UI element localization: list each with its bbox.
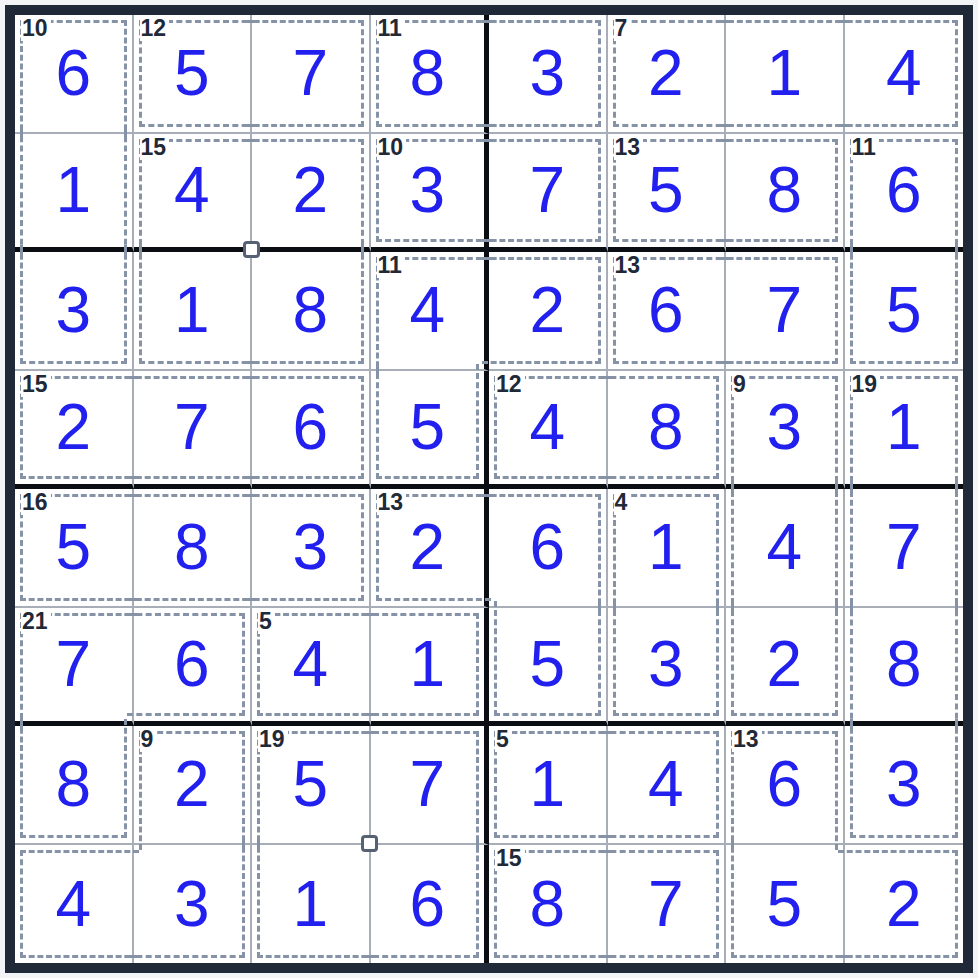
cell-value: 3: [886, 752, 922, 816]
cell-r6c1[interactable]: 721: [15, 608, 134, 727]
cell-value: 4: [886, 41, 922, 105]
cell-r6c2[interactable]: 6: [134, 608, 253, 727]
cell-value: 4: [55, 872, 91, 936]
cell-r2c7[interactable]: 8: [726, 134, 845, 253]
cell-r5c1[interactable]: 516: [15, 489, 134, 608]
cell-value: 5: [55, 515, 91, 579]
cell-value: 3: [529, 41, 565, 105]
cell-value: 3: [292, 515, 328, 579]
cage-sum-label: 15: [495, 846, 525, 871]
cell-value: 2: [292, 158, 328, 222]
cell-value: 2: [648, 41, 684, 105]
cell-value: 1: [55, 158, 91, 222]
sudoku-grid: 6105127811327141415231075138611318411261…: [15, 15, 963, 963]
cell-r3c8[interactable]: 5: [845, 252, 964, 371]
cell-r5c8[interactable]: 7: [845, 489, 964, 608]
cage-sum-label: 10: [377, 135, 407, 160]
cell-r6c4[interactable]: 1: [371, 608, 490, 727]
cell-value: 2: [766, 632, 802, 696]
cage-sum-label: 5: [258, 609, 275, 634]
cell-value: 8: [766, 158, 802, 222]
cell-value: 7: [409, 752, 445, 816]
cage-sum-label: 12: [140, 16, 170, 41]
cell-r4c4[interactable]: 5: [371, 371, 490, 490]
cage-sum-label: 13: [614, 135, 644, 160]
cell-r6c7[interactable]: 2: [726, 608, 845, 727]
cell-value: 3: [648, 632, 684, 696]
cell-r4c6[interactable]: 8: [608, 371, 727, 490]
cell-r3c3[interactable]: 8: [252, 252, 371, 371]
cell-r8c5[interactable]: 815: [489, 845, 608, 964]
cell-r5c5[interactable]: 6: [489, 489, 608, 608]
cell-r3c4[interactable]: 411: [371, 252, 490, 371]
cell-r5c2[interactable]: 8: [134, 489, 253, 608]
cell-value: 7: [55, 632, 91, 696]
cage-sum-label: 12: [495, 372, 525, 397]
cage-sum-label: 7: [614, 16, 631, 41]
cell-r2c8[interactable]: 611: [845, 134, 964, 253]
cell-value: 4: [409, 278, 445, 342]
cell-value: 3: [766, 395, 802, 459]
cell-value: 7: [648, 872, 684, 936]
cell-r3c6[interactable]: 613: [608, 252, 727, 371]
cell-value: 2: [409, 515, 445, 579]
cell-value: 1: [409, 632, 445, 696]
cell-value: 7: [174, 395, 210, 459]
cell-r1c5[interactable]: 3: [489, 15, 608, 134]
cell-r1c2[interactable]: 512: [134, 15, 253, 134]
cell-r5c7[interactable]: 4: [726, 489, 845, 608]
cell-value: 2: [174, 752, 210, 816]
cage-sum-label: 11: [377, 16, 405, 41]
cell-value: 8: [292, 278, 328, 342]
cell-r7c4[interactable]: 7: [371, 726, 490, 845]
cell-value: 6: [292, 395, 328, 459]
cage-sum-label: 9: [732, 372, 749, 397]
cell-r2c3[interactable]: 2: [252, 134, 371, 253]
cage-sum-label: 5: [495, 727, 512, 752]
cell-value: 3: [55, 278, 91, 342]
cell-value: 2: [886, 872, 922, 936]
cell-value: 4: [529, 395, 565, 459]
cell-r5c6[interactable]: 14: [608, 489, 727, 608]
cell-r8c2[interactable]: 3: [134, 845, 253, 964]
cell-value: 5: [766, 872, 802, 936]
cell-r4c7[interactable]: 39: [726, 371, 845, 490]
cell-value: 1: [292, 872, 328, 936]
cell-r4c1[interactable]: 215: [15, 371, 134, 490]
cage-sum-label: 11: [377, 253, 405, 278]
cell-value: 8: [648, 395, 684, 459]
cell-value: 6: [55, 41, 91, 105]
cage-sum-label: 19: [258, 727, 288, 752]
cell-r6c5[interactable]: 5: [489, 608, 608, 727]
cell-value: 7: [766, 278, 802, 342]
cell-value: 8: [886, 632, 922, 696]
cell-value: 8: [55, 752, 91, 816]
cell-r4c2[interactable]: 7: [134, 371, 253, 490]
cell-r7c5[interactable]: 15: [489, 726, 608, 845]
cell-r2c1[interactable]: 1: [15, 134, 134, 253]
cage-sum-label: 4: [614, 490, 631, 515]
cell-value: 6: [409, 872, 445, 936]
cage-sum-label: 13: [377, 490, 407, 515]
cell-value: 2: [55, 395, 91, 459]
cell-value: 1: [648, 515, 684, 579]
cell-value: 6: [648, 278, 684, 342]
cell-value: 5: [648, 158, 684, 222]
cell-r1c1[interactable]: 610: [15, 15, 134, 134]
cage-sum-label: 11: [851, 135, 879, 160]
cell-value: 7: [886, 515, 922, 579]
cell-r6c6[interactable]: 3: [608, 608, 727, 727]
cell-r3c1[interactable]: 3: [15, 252, 134, 371]
cell-r3c2[interactable]: 1: [134, 252, 253, 371]
cell-r5c4[interactable]: 213: [371, 489, 490, 608]
cell-r4c3[interactable]: 6: [252, 371, 371, 490]
cage-sum-label: 13: [614, 253, 644, 278]
cell-r7c8[interactable]: 3: [845, 726, 964, 845]
cage-sum-label: 21: [21, 609, 51, 634]
cell-value: 5: [409, 395, 445, 459]
cell-r6c8[interactable]: 8: [845, 608, 964, 727]
cell-value: 5: [886, 278, 922, 342]
cell-r8c3[interactable]: 1: [252, 845, 371, 964]
cell-value: 4: [766, 515, 802, 579]
cell-value: 7: [529, 158, 565, 222]
cell-r8c4[interactable]: 6: [371, 845, 490, 964]
cell-value: 6: [766, 752, 802, 816]
cell-r3c7[interactable]: 7: [726, 252, 845, 371]
cell-value: 6: [174, 632, 210, 696]
cell-r3c5[interactable]: 2: [489, 252, 608, 371]
cell-r8c8[interactable]: 2: [845, 845, 964, 964]
cell-r7c2[interactable]: 29: [134, 726, 253, 845]
cell-value: 1: [886, 395, 922, 459]
cell-r7c7[interactable]: 613: [726, 726, 845, 845]
cell-value: 6: [886, 158, 922, 222]
cell-r2c6[interactable]: 513: [608, 134, 727, 253]
cage-sum-label: 9: [140, 727, 157, 752]
cage-sum-label: 16: [21, 490, 51, 515]
cage-sum-label: 10: [21, 16, 51, 41]
cell-value: 8: [174, 515, 210, 579]
killer-sudoku-board: 6105127811327141415231075138611318411261…: [0, 0, 978, 978]
cell-r8c1[interactable]: 4: [15, 845, 134, 964]
cage-sum-label: 15: [140, 135, 170, 160]
cell-r8c6[interactable]: 7: [608, 845, 727, 964]
cell-r4c8[interactable]: 119: [845, 371, 964, 490]
cell-value: 6: [529, 515, 565, 579]
cell-value: 4: [174, 158, 210, 222]
cell-r2c5[interactable]: 7: [489, 134, 608, 253]
cell-r1c6[interactable]: 27: [608, 15, 727, 134]
cell-value: 4: [292, 632, 328, 696]
cell-value: 5: [292, 752, 328, 816]
cell-r2c2[interactable]: 415: [134, 134, 253, 253]
cell-r1c4[interactable]: 811: [371, 15, 490, 134]
cell-r7c6[interactable]: 4: [608, 726, 727, 845]
cell-value: 1: [766, 41, 802, 105]
cell-value: 8: [529, 872, 565, 936]
cell-r1c3[interactable]: 7: [252, 15, 371, 134]
cell-value: 7: [292, 41, 328, 105]
cell-r8c7[interactable]: 5: [726, 845, 845, 964]
cage-sum-label: 19: [851, 372, 881, 397]
cell-value: 4: [648, 752, 684, 816]
cell-r2c4[interactable]: 310: [371, 134, 490, 253]
cell-value: 2: [529, 278, 565, 342]
cell-r6c3[interactable]: 45: [252, 608, 371, 727]
cell-value: 5: [174, 41, 210, 105]
cell-r7c1[interactable]: 8: [15, 726, 134, 845]
cell-r1c8[interactable]: 4: [845, 15, 964, 134]
cell-r1c7[interactable]: 1: [726, 15, 845, 134]
cell-value: 5: [529, 632, 565, 696]
cell-r4c5[interactable]: 412: [489, 371, 608, 490]
cage-sum-label: 13: [732, 727, 762, 752]
cell-r5c3[interactable]: 3: [252, 489, 371, 608]
cell-value: 1: [174, 278, 210, 342]
cell-r7c3[interactable]: 519: [252, 726, 371, 845]
cell-value: 1: [529, 752, 565, 816]
cell-value: 8: [409, 41, 445, 105]
cell-value: 3: [174, 872, 210, 936]
cage-sum-label: 15: [21, 372, 51, 397]
cell-value: 3: [409, 158, 445, 222]
board-frame: 6105127811327141415231075138611318411261…: [5, 5, 973, 973]
